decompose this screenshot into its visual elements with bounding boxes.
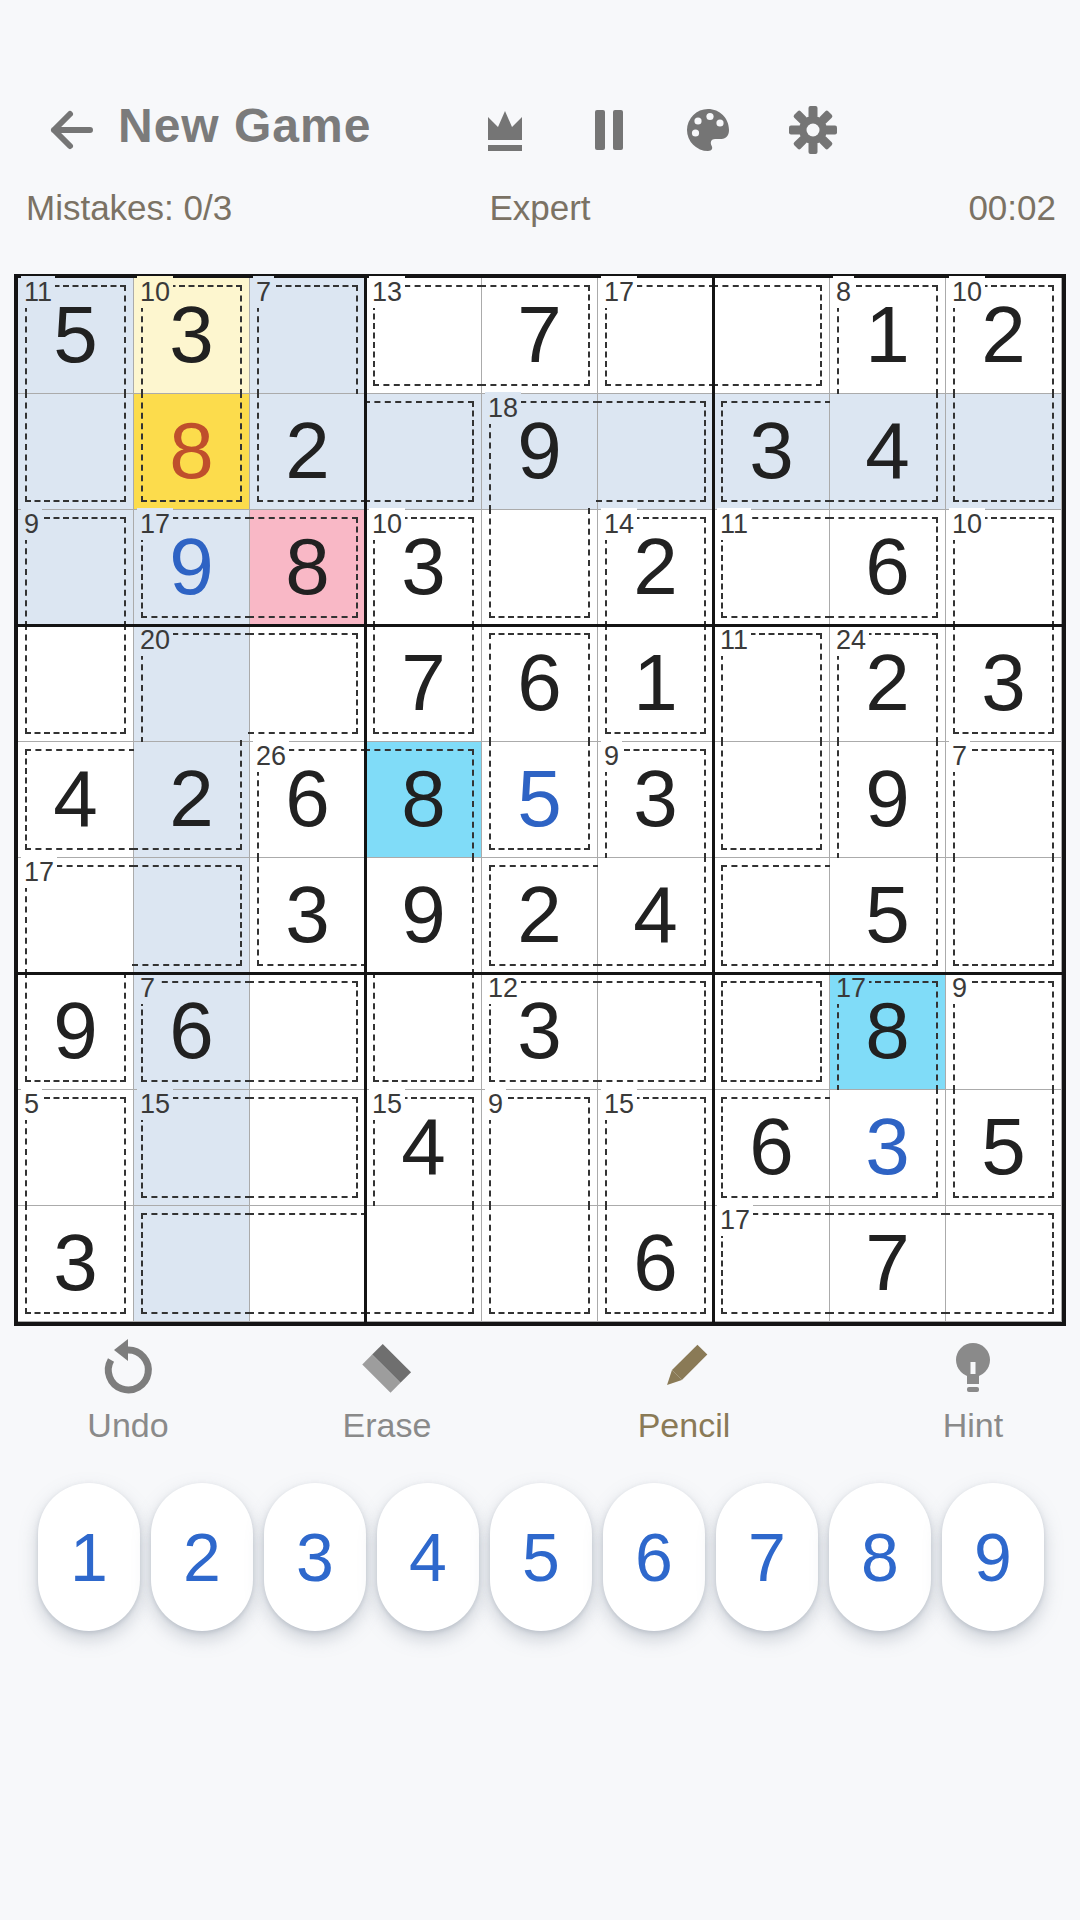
cage-border	[248, 981, 358, 1082]
cage-border	[721, 401, 831, 502]
numpad: 123456789	[38, 1483, 1050, 1631]
cell-r1c6[interactable]: 17	[598, 278, 714, 394]
cell-r7c2[interactable]: 76	[134, 974, 250, 1090]
cell-value: 9	[366, 858, 481, 974]
cage-border	[837, 740, 938, 859]
cage-sum: 7	[253, 276, 274, 308]
cell-value: 3	[18, 1206, 133, 1322]
cell-r6c5[interactable]: 2	[482, 858, 598, 974]
cage-sum: 9	[601, 740, 622, 772]
cell-value: 9	[134, 510, 249, 626]
erase-button[interactable]: Erase	[287, 1336, 487, 1445]
cell-r4c5[interactable]: 6	[482, 626, 598, 742]
cage-border	[141, 981, 251, 1082]
cell-r9c3[interactable]	[250, 1206, 366, 1322]
cell-r1c5[interactable]: 7	[482, 278, 598, 394]
cell-r5c8[interactable]: 9	[830, 742, 946, 858]
cell-value: 3	[714, 394, 829, 510]
cage-border	[953, 517, 1054, 627]
cell-value: 6	[250, 742, 365, 858]
cell-value: 6	[482, 626, 597, 742]
cage-border	[364, 856, 474, 975]
cage-border	[721, 1213, 831, 1314]
cage-border	[721, 981, 822, 1082]
cell-r5c2[interactable]: 2	[134, 742, 250, 858]
cage-border	[25, 624, 126, 734]
numpad-7[interactable]: 7	[716, 1483, 818, 1631]
cell-r9c4[interactable]	[366, 1206, 482, 1322]
cell-value: 7	[482, 278, 597, 394]
cage-border	[605, 1097, 706, 1207]
cage-border	[944, 1213, 1054, 1314]
cell-r9c7[interactable]: 17	[714, 1206, 830, 1322]
cage-border	[132, 865, 242, 966]
header: New Game	[0, 0, 1080, 180]
cell-r9c9[interactable]	[946, 1206, 1062, 1322]
cell-r3c7[interactable]: 11	[714, 510, 830, 626]
cage-border	[489, 981, 599, 1082]
cage-border	[248, 1213, 367, 1314]
cage-border	[828, 517, 938, 618]
cage-sum: 7	[949, 740, 970, 772]
cell-value: 4	[598, 858, 713, 974]
cell-r6c4[interactable]: 9	[366, 858, 482, 974]
cage-border	[605, 285, 715, 386]
cage-sum: 17	[833, 972, 869, 1004]
cell-r1c2[interactable]: 103	[134, 278, 250, 394]
cell-r2c2[interactable]: 8	[134, 394, 250, 510]
cage-border	[364, 749, 474, 859]
cage-border	[25, 1204, 126, 1314]
cage-border	[489, 865, 599, 966]
cage-border	[25, 1097, 126, 1207]
cage-border	[257, 285, 358, 395]
cell-r1c7[interactable]	[714, 278, 830, 394]
cage-border	[953, 749, 1054, 859]
cage-sum: 11	[717, 624, 751, 656]
cell-r8c6[interactable]: 15	[598, 1090, 714, 1206]
cage-sum: 17	[601, 276, 637, 308]
pencil-icon	[652, 1336, 716, 1400]
cell-value: 9	[482, 394, 597, 510]
cell-value: 2	[830, 626, 945, 742]
cage-sum: 18	[485, 392, 521, 424]
cage-sum: 10	[949, 276, 985, 308]
cell-r2c1[interactable]	[18, 394, 134, 510]
cage-border	[828, 1088, 938, 1198]
cage-border	[837, 633, 938, 743]
cell-r5c1[interactable]: 4	[18, 742, 134, 858]
cell-r6c2[interactable]	[134, 858, 250, 974]
cell-r3c4[interactable]: 103	[366, 510, 482, 626]
page-title: New Game	[118, 98, 371, 153]
cage-sum: 14	[601, 508, 637, 540]
cell-r4c9[interactable]: 3	[946, 626, 1062, 742]
cell-r8c5[interactable]: 9	[482, 1090, 598, 1206]
cage-sum: 11	[717, 508, 751, 540]
cell-value: 2	[134, 742, 249, 858]
cell-r7c1[interactable]: 9	[18, 974, 134, 1090]
lightbulb-icon	[941, 1336, 1005, 1400]
cage-border	[721, 517, 831, 618]
cell-r3c5[interactable]	[482, 510, 598, 626]
cage-border	[25, 749, 135, 850]
cell-r2c3[interactable]: 2	[250, 394, 366, 510]
cell-r4c3[interactable]	[250, 626, 366, 742]
cell-value: 3	[946, 626, 1061, 742]
cell-value: 3	[134, 278, 249, 394]
cell-r7c3[interactable]	[250, 974, 366, 1090]
cage-border	[248, 633, 358, 734]
cell-value: 3	[482, 974, 597, 1090]
cage-sum: 10	[949, 508, 985, 540]
cell-r8c3[interactable]	[250, 1090, 366, 1206]
cell-r3c8[interactable]: 6	[830, 510, 946, 626]
cell-value: 4	[366, 1090, 481, 1206]
cage-border	[489, 633, 590, 743]
cage-border	[25, 972, 126, 1082]
status-bar: Mistakes: 0/3 Expert 00:02	[0, 188, 1080, 232]
cell-r6c3[interactable]: 3	[250, 858, 366, 974]
undo-icon	[98, 1336, 158, 1400]
cage-sum: 26	[253, 740, 289, 772]
cage-border	[373, 624, 474, 734]
cage-border	[141, 1097, 251, 1198]
cage-border	[141, 517, 251, 618]
cage-border	[373, 517, 474, 627]
cell-r4c4[interactable]: 7	[366, 626, 482, 742]
cage-sum: 7	[137, 972, 158, 1004]
numpad-9[interactable]: 9	[942, 1483, 1044, 1631]
cage-border	[248, 1097, 358, 1198]
cage-border	[712, 285, 822, 386]
cage-border	[596, 981, 706, 1082]
cell-value: 2	[946, 278, 1061, 394]
cell-value: 6	[830, 510, 945, 626]
cell-r1c3[interactable]: 7	[250, 278, 366, 394]
cell-r6c7[interactable]	[714, 858, 830, 974]
cage-border	[828, 856, 938, 966]
cage-border	[141, 285, 242, 395]
cage-sum: 17	[137, 508, 173, 540]
cage-border	[141, 392, 242, 502]
cell-r4c6[interactable]: 1	[598, 626, 714, 742]
cage-border	[489, 1097, 590, 1207]
cage-border	[721, 633, 822, 743]
gear-icon[interactable]	[787, 104, 839, 156]
cage-border	[953, 981, 1054, 1091]
cage-sum: 15	[137, 1088, 173, 1120]
pencil-button[interactable]: Pencil	[584, 1336, 784, 1445]
pause-icon[interactable]	[583, 104, 635, 156]
cell-r5c6[interactable]: 93	[598, 742, 714, 858]
cage-border	[596, 401, 706, 502]
eraser-icon	[355, 1336, 419, 1400]
cage-border	[489, 508, 590, 618]
cell-value: 3	[598, 742, 713, 858]
cage-border	[373, 1097, 474, 1207]
cell-r6c9[interactable]	[946, 858, 1062, 974]
cage-sum: 15	[369, 1088, 405, 1120]
cell-r7c7[interactable]	[714, 974, 830, 1090]
cage-border	[489, 740, 590, 850]
cell-r3c2[interactable]: 179	[134, 510, 250, 626]
cage-border	[721, 865, 831, 966]
cell-value: 1	[598, 626, 713, 742]
cell-r3c9[interactable]: 10	[946, 510, 1062, 626]
numpad-4[interactable]: 4	[377, 1483, 479, 1631]
cell-value: 9	[18, 974, 133, 1090]
cell-value: 1	[830, 278, 945, 394]
cell-value: 4	[830, 394, 945, 510]
cell-r9c5[interactable]	[482, 1206, 598, 1322]
cell-value: 5	[830, 858, 945, 974]
cell-r4c8[interactable]: 242	[830, 626, 946, 742]
cell-value: 5	[482, 742, 597, 858]
cage-sum: 9	[21, 508, 42, 540]
cell-r2c6[interactable]	[598, 394, 714, 510]
back-arrow-icon[interactable]	[44, 104, 96, 156]
crown-icon[interactable]	[479, 104, 531, 156]
cell-value: 2	[482, 858, 597, 974]
cell-r1c1[interactable]: 115	[18, 278, 134, 394]
hint-button[interactable]: Hint	[873, 1336, 1073, 1445]
cell-r5c4[interactable]: 8	[366, 742, 482, 858]
cell-value: 5	[946, 1090, 1061, 1206]
cell-r4c7[interactable]: 11	[714, 626, 830, 742]
cage-sum: 11	[21, 276, 55, 308]
cage-border	[605, 1204, 706, 1314]
cell-r2c9[interactable]	[946, 394, 1062, 510]
cage-border	[141, 1213, 251, 1314]
cage-border	[837, 981, 938, 1091]
numpad-5[interactable]: 5	[490, 1483, 592, 1631]
cage-border	[373, 972, 474, 1082]
cell-r1c8[interactable]: 81	[830, 278, 946, 394]
cell-r9c2[interactable]	[134, 1206, 250, 1322]
cell-r7c8[interactable]: 178	[830, 974, 946, 1090]
cage-border	[953, 392, 1054, 502]
cage-border	[25, 865, 135, 975]
cell-r4c1[interactable]	[18, 626, 134, 742]
cage-sum: 5	[21, 1088, 42, 1120]
cage-border	[364, 1204, 474, 1314]
cell-r2c5[interactable]: 189	[482, 394, 598, 510]
cell-r5c7[interactable]	[714, 742, 830, 858]
cage-border	[257, 856, 367, 966]
cell-value: 7	[366, 626, 481, 742]
cage-sum: 24	[833, 624, 869, 656]
cell-value: 8	[134, 394, 249, 510]
cage-border	[132, 740, 242, 850]
cell-value: 9	[830, 742, 945, 858]
cage-border	[953, 1088, 1054, 1198]
cage-sum: 10	[137, 276, 173, 308]
cell-r8c4[interactable]: 154	[366, 1090, 482, 1206]
cage-border	[257, 749, 367, 859]
cage-border	[480, 285, 590, 386]
cage-sum: 15	[601, 1088, 637, 1120]
cell-value: 3	[250, 858, 365, 974]
cage-border	[141, 633, 251, 743]
cell-value: 7	[830, 1206, 945, 1322]
cage-border	[605, 517, 706, 627]
cage-sum: 10	[369, 508, 405, 540]
cell-r9c1[interactable]: 3	[18, 1206, 134, 1322]
cage-sum: 17	[717, 1204, 753, 1236]
cell-r5c9[interactable]: 7	[946, 742, 1062, 858]
cell-value: 8	[830, 974, 945, 1090]
cell-r7c4[interactable]	[366, 974, 482, 1090]
cage-border	[605, 624, 706, 734]
cage-border	[364, 401, 474, 502]
cell-value: 2	[598, 510, 713, 626]
cell-r9c8[interactable]: 7	[830, 1206, 946, 1322]
cell-r6c8[interactable]: 5	[830, 858, 946, 974]
cell-value: 8	[250, 510, 365, 626]
cage-sum: 13	[369, 276, 405, 308]
cell-r2c4[interactable]	[366, 394, 482, 510]
cage-border	[257, 392, 367, 502]
cage-border	[953, 285, 1054, 395]
cage-border	[373, 285, 483, 386]
cell-r7c9[interactable]: 9	[946, 974, 1062, 1090]
cell-r9c6[interactable]: 6	[598, 1206, 714, 1322]
cage-sum: 9	[949, 972, 970, 1004]
cell-r5c5[interactable]: 5	[482, 742, 598, 858]
cage-sum: 8	[833, 276, 854, 308]
cell-value: 5	[18, 278, 133, 394]
cell-r8c9[interactable]: 5	[946, 1090, 1062, 1206]
cell-r4c2[interactable]: 20	[134, 626, 250, 742]
cell-r2c8[interactable]: 4	[830, 394, 946, 510]
cell-r3c1[interactable]: 9	[18, 510, 134, 626]
cell-r7c6[interactable]	[598, 974, 714, 1090]
cell-r3c6[interactable]: 142	[598, 510, 714, 626]
cage-border	[25, 285, 126, 395]
cage-border	[596, 856, 706, 966]
cell-value: 2	[250, 394, 365, 510]
cell-value: 4	[18, 742, 133, 858]
cage-border	[25, 517, 126, 627]
difficulty-label: Expert	[0, 188, 1080, 228]
numpad-6[interactable]: 6	[603, 1483, 705, 1631]
cell-r6c6[interactable]: 4	[598, 858, 714, 974]
cell-value: 8	[366, 742, 481, 858]
numpad-3[interactable]: 3	[264, 1483, 366, 1631]
cell-value: 6	[714, 1090, 829, 1206]
timer: 00:02	[968, 188, 1056, 228]
cage-border	[721, 1097, 831, 1198]
undo-button[interactable]: Undo	[28, 1336, 228, 1445]
cage-sum: 20	[137, 624, 173, 656]
palette-icon[interactable]	[682, 104, 734, 156]
cell-r8c2[interactable]: 15	[134, 1090, 250, 1206]
cell-r3c3[interactable]: 8	[250, 510, 366, 626]
cage-border	[828, 1213, 947, 1314]
cage-border	[489, 1204, 590, 1314]
cell-value: 3	[830, 1090, 945, 1206]
cell-r5c3[interactable]: 266	[250, 742, 366, 858]
cage-sum: 9	[485, 1088, 506, 1120]
cell-r7c5[interactable]: 123	[482, 974, 598, 1090]
numpad-1[interactable]: 1	[38, 1483, 140, 1631]
board: 1151037137178110282189349179810314211610…	[14, 274, 1066, 1326]
cell-r8c1[interactable]: 5	[18, 1090, 134, 1206]
cage-border	[248, 517, 358, 618]
cell-r8c7[interactable]: 6	[714, 1090, 830, 1206]
cell-value: 6	[134, 974, 249, 1090]
cage-border	[828, 392, 938, 502]
cell-r6c1[interactable]: 17	[18, 858, 134, 974]
cage-sum: 12	[485, 972, 521, 1004]
numpad-8[interactable]: 8	[829, 1483, 931, 1631]
cage-sum: 17	[21, 856, 57, 888]
cell-r1c4[interactable]: 13	[366, 278, 482, 394]
cage-border	[605, 749, 706, 859]
cage-border	[489, 401, 599, 511]
numpad-2[interactable]: 2	[151, 1483, 253, 1631]
cage-border	[837, 285, 938, 395]
cell-r2c7[interactable]: 3	[714, 394, 830, 510]
cell-value: 6	[598, 1206, 713, 1322]
cell-value: 3	[366, 510, 481, 626]
cell-r8c8[interactable]: 3	[830, 1090, 946, 1206]
cell-r1c9[interactable]: 102	[946, 278, 1062, 394]
cage-border	[25, 392, 126, 502]
cage-border	[953, 856, 1054, 966]
cage-border	[953, 624, 1054, 734]
cage-border	[721, 740, 822, 850]
